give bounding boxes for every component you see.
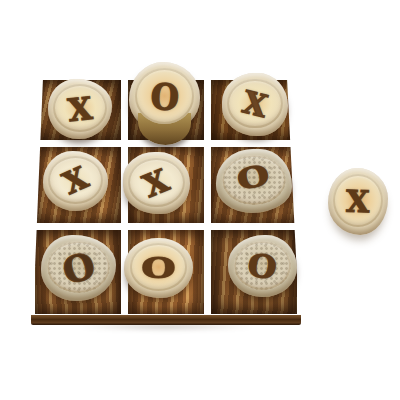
- piece-o-r0c1[interactable]: O: [129, 62, 200, 132]
- photo-canvas: X O X X X O O O O X: [0, 0, 400, 400]
- burn-mark-o: O: [141, 254, 176, 281]
- piece-x-r0c2[interactable]: X: [222, 73, 288, 136]
- burn-mark-x: X: [66, 92, 93, 125]
- piece-x-off-board[interactable]: X: [328, 168, 388, 235]
- piece-o-r2c1[interactable]: O: [124, 238, 193, 298]
- burn-mark-o: O: [235, 160, 272, 194]
- board-front-edge: [31, 315, 301, 325]
- burn-mark-o: O: [246, 248, 279, 283]
- piece-o-r2c2[interactable]: O: [228, 235, 297, 297]
- burn-mark-x: X: [346, 186, 370, 217]
- piece-x-r1c0[interactable]: X: [43, 151, 108, 211]
- piece-x-r1c1[interactable]: X: [123, 152, 190, 214]
- burn-mark-o: O: [149, 78, 180, 116]
- piece-o-r1c2[interactable]: O: [216, 149, 292, 213]
